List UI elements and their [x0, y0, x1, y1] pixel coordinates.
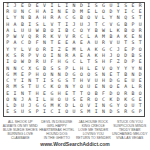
word-list-column: DEVIL IN DISGUISEGIRL HAPPYHEARTBREAK HO…	[39, 121, 76, 140]
grid-cell: U	[19, 110, 26, 116]
word-list: ALL SHOOK UPALWAYS ON MY MINDBLUE SUEDE …	[2, 121, 148, 140]
grid-cell: I	[41, 110, 48, 116]
grid-cell: P	[33, 110, 40, 116]
grid-cell: U	[70, 110, 77, 116]
grid-cell: S	[26, 110, 33, 116]
grid-cell: E	[4, 110, 11, 116]
grid-cell: I	[56, 110, 63, 116]
grid-cell: D	[107, 110, 114, 116]
word-list-column: JAILHOUSE ROCKKING CREOLELOVE ME TENDERL…	[75, 121, 112, 140]
grid-cell: C	[48, 110, 55, 116]
grid-cell: R	[122, 110, 129, 116]
grid-cell: I	[92, 110, 99, 116]
grid-cell: P	[137, 110, 144, 116]
grid-cell: O	[63, 110, 70, 116]
grid-cell: N	[100, 110, 107, 116]
grid-cell: M	[85, 110, 92, 116]
grid-cell: S	[78, 110, 85, 116]
site-url[interactable]: www.WordSearchAddict.com	[0, 141, 150, 147]
word-list-item: RETURN TO SENDER	[76, 137, 111, 141]
word-list-item: VIVA LAS VEGAS	[116, 137, 143, 141]
grid-cell: G	[129, 110, 136, 116]
grid-cell: S	[11, 110, 18, 116]
word-list-item: IN THE GHETTO	[44, 137, 70, 141]
word-list-column: ALL SHOOK UPALWAYS ON MY MINDBLUE SUEDE …	[2, 121, 39, 140]
grid-cell: S	[115, 110, 122, 116]
word-list-column: STUCK ON YOUSUSPICIOUS MINDSTEDDY BEARUN…	[112, 121, 149, 140]
word-search-grid: IJEDEVILINDISGUISERRUNCHAINEDMELODYICELY…	[3, 2, 145, 117]
word-list-item: CLAMBAKE	[11, 137, 29, 141]
